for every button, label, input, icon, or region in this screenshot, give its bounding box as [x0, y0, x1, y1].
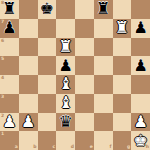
square-h8[interactable] — [131, 0, 150, 19]
square-b4[interactable] — [19, 75, 38, 94]
square-d7[interactable] — [56, 19, 75, 38]
rank-label-6: 6 — [1, 39, 4, 44]
file-label-d: d — [71, 145, 74, 150]
file-label-c: c — [53, 145, 56, 150]
piece-white-pawn[interactable]: ♟ — [2, 113, 16, 129]
square-d5[interactable]: ♟ — [56, 56, 75, 75]
square-c4[interactable] — [38, 75, 57, 94]
chess-board: 8♜♚♜7♟♜♟6♜5♟♟4♝3♝2♟♟♛♟1abcdefgh♚ — [0, 0, 150, 150]
square-f4[interactable] — [94, 75, 113, 94]
square-f5[interactable] — [94, 56, 113, 75]
square-c5[interactable] — [38, 56, 57, 75]
square-b2[interactable]: ♟ — [19, 113, 38, 132]
square-d6[interactable]: ♜ — [56, 38, 75, 57]
square-b1[interactable]: b — [19, 131, 38, 150]
square-b5[interactable] — [19, 56, 38, 75]
square-h5[interactable]: ♟ — [131, 56, 150, 75]
piece-black-king[interactable]: ♚ — [40, 1, 54, 17]
piece-black-rook[interactable]: ♜ — [96, 1, 110, 17]
square-g2[interactable] — [113, 113, 132, 132]
piece-white-rook[interactable]: ♜ — [58, 38, 72, 54]
square-f7[interactable] — [94, 19, 113, 38]
square-e6[interactable] — [75, 38, 94, 57]
square-a6[interactable]: 6 — [0, 38, 19, 57]
square-e2[interactable] — [75, 113, 94, 132]
square-h2[interactable]: ♟ — [131, 113, 150, 132]
square-d1[interactable]: d — [56, 131, 75, 150]
square-h4[interactable] — [131, 75, 150, 94]
square-f1[interactable]: f — [94, 131, 113, 150]
square-e4[interactable] — [75, 75, 94, 94]
file-label-b: b — [33, 145, 36, 150]
square-g4[interactable] — [113, 75, 132, 94]
square-b7[interactable] — [19, 19, 38, 38]
file-label-a: a — [15, 145, 18, 150]
square-d2[interactable]: ♛ — [56, 113, 75, 132]
piece-white-pawn[interactable]: ♟ — [21, 113, 35, 129]
piece-white-rook[interactable]: ♜ — [115, 20, 129, 36]
file-label-g: g — [127, 145, 130, 150]
piece-white-bishop[interactable]: ♝ — [58, 95, 72, 111]
square-h7[interactable]: ♟ — [131, 19, 150, 38]
square-b3[interactable] — [19, 94, 38, 113]
piece-white-king[interactable]: ♚ — [133, 132, 147, 148]
piece-black-pawn[interactable]: ♟ — [2, 20, 16, 36]
square-c6[interactable] — [38, 38, 57, 57]
square-c7[interactable] — [38, 19, 57, 38]
square-e1[interactable]: e — [75, 131, 94, 150]
file-label-f: f — [110, 145, 112, 150]
square-f8[interactable]: ♜ — [94, 0, 113, 19]
square-a2[interactable]: 2♟ — [0, 113, 19, 132]
square-e5[interactable] — [75, 56, 94, 75]
square-g3[interactable] — [113, 94, 132, 113]
square-d3[interactable]: ♝ — [56, 94, 75, 113]
square-b6[interactable] — [19, 38, 38, 57]
piece-white-bishop[interactable]: ♝ — [58, 76, 72, 92]
square-g6[interactable] — [113, 38, 132, 57]
square-f3[interactable] — [94, 94, 113, 113]
square-a5[interactable]: 5 — [0, 56, 19, 75]
square-a8[interactable]: 8♜ — [0, 0, 19, 19]
square-d8[interactable] — [56, 0, 75, 19]
square-b8[interactable] — [19, 0, 38, 19]
square-g8[interactable] — [113, 0, 132, 19]
square-h6[interactable] — [131, 38, 150, 57]
rank-label-4: 4 — [1, 76, 4, 81]
square-c2[interactable] — [38, 113, 57, 132]
square-c8[interactable]: ♚ — [38, 0, 57, 19]
square-g5[interactable] — [113, 56, 132, 75]
square-a3[interactable]: 3 — [0, 94, 19, 113]
square-g1[interactable]: g — [113, 131, 132, 150]
square-d4[interactable]: ♝ — [56, 75, 75, 94]
rank-label-1: 1 — [1, 132, 4, 137]
square-e8[interactable] — [75, 0, 94, 19]
rank-label-3: 3 — [1, 95, 4, 100]
square-e3[interactable] — [75, 94, 94, 113]
square-h1[interactable]: h♚ — [131, 131, 150, 150]
piece-black-pawn[interactable]: ♟ — [133, 57, 147, 73]
piece-black-pawn[interactable]: ♟ — [58, 57, 72, 73]
piece-black-pawn[interactable]: ♟ — [133, 20, 147, 36]
square-a4[interactable]: 4 — [0, 75, 19, 94]
piece-black-rook[interactable]: ♜ — [2, 1, 16, 17]
piece-black-queen[interactable]: ♛ — [58, 113, 72, 129]
square-g7[interactable]: ♜ — [113, 19, 132, 38]
piece-white-pawn[interactable]: ♟ — [133, 113, 147, 129]
square-f2[interactable] — [94, 113, 113, 132]
square-e7[interactable] — [75, 19, 94, 38]
square-c1[interactable]: c — [38, 131, 57, 150]
square-h3[interactable] — [131, 94, 150, 113]
file-label-e: e — [90, 145, 93, 150]
square-f6[interactable] — [94, 38, 113, 57]
square-a7[interactable]: 7♟ — [0, 19, 19, 38]
square-a1[interactable]: 1a — [0, 131, 19, 150]
square-c3[interactable] — [38, 94, 57, 113]
rank-label-5: 5 — [1, 57, 4, 62]
